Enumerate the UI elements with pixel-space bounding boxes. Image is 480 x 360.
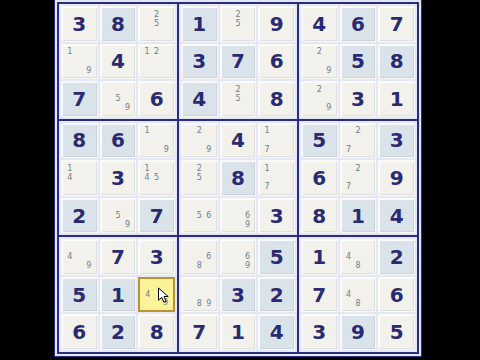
candidate-digit: 5 xyxy=(233,19,243,28)
cell-r6c7[interactable]: 8 xyxy=(301,198,338,234)
candidate-digit: 2 xyxy=(233,85,243,94)
candidate-digit: 7 xyxy=(262,183,272,192)
cell-value: 4 xyxy=(231,130,245,150)
cell-r5c9[interactable]: 9 xyxy=(378,160,415,196)
cell-r2c3[interactable]: 12 xyxy=(138,44,175,80)
candidate-digit: 6 xyxy=(204,253,214,262)
cell-r2c2[interactable]: 4 xyxy=(100,44,137,80)
cell-r3c4[interactable]: 4 xyxy=(181,81,218,117)
cell-r2c8[interactable]: 5 xyxy=(340,44,377,80)
candidate-grid: 29 xyxy=(183,125,216,157)
cell-r2c5[interactable]: 7 xyxy=(220,44,257,80)
cell-r3c9[interactable]: 1 xyxy=(378,81,415,117)
cell-r1c3[interactable]: 25 xyxy=(138,6,175,42)
candidate-digit: 9 xyxy=(161,145,171,154)
cell-r4c2[interactable]: 6 xyxy=(100,123,137,159)
candidate-grid: 25 xyxy=(222,83,255,115)
candidate-grid: 19 xyxy=(63,46,96,78)
cell-value: 8 xyxy=(111,14,125,34)
candidate-digit: 2 xyxy=(195,164,205,173)
candidate-digit: 9 xyxy=(243,220,253,229)
candidate-digit: 9 xyxy=(123,220,133,229)
cell-value: 5 xyxy=(312,130,326,150)
cell-value: 3 xyxy=(312,322,326,342)
candidate-digit: 9 xyxy=(243,262,253,271)
cell-r8c8[interactable]: 48 xyxy=(340,277,377,313)
candidate-digit: 9 xyxy=(324,103,334,112)
cell-r6c3[interactable]: 7 xyxy=(138,198,175,234)
cell-r4c6[interactable]: 17 xyxy=(258,123,295,159)
candidate-grid: 25 xyxy=(222,8,255,40)
cell-r9c1[interactable]: 6 xyxy=(61,314,98,350)
cell-value: 1 xyxy=(231,322,245,342)
cell-r1c4[interactable]: 1 xyxy=(181,6,218,42)
cell-r4c9[interactable]: 3 xyxy=(378,123,415,159)
cell-r9c7[interactable]: 3 xyxy=(301,314,338,350)
cell-value: 3 xyxy=(111,168,125,188)
candidate-grid: 19 xyxy=(140,125,173,157)
cell-r2c7[interactable]: 29 xyxy=(301,44,338,80)
cell-r6c1[interactable]: 2 xyxy=(61,198,98,234)
cell-r7c8[interactable]: 48 xyxy=(340,239,377,275)
cell-value: 8 xyxy=(150,322,164,342)
cell-r6c9[interactable]: 4 xyxy=(378,198,415,234)
cell-value: 7 xyxy=(72,89,86,109)
cell-r4c1[interactable]: 8 xyxy=(61,123,98,159)
candidate-grid: 29 xyxy=(303,83,336,115)
cell-r1c6[interactable]: 9 xyxy=(258,6,295,42)
candidate-digit: 6 xyxy=(243,211,253,220)
cell-r3c2[interactable]: 59 xyxy=(100,81,137,117)
cell-value: 2 xyxy=(270,285,284,305)
candidate-digit: 2 xyxy=(233,10,243,19)
cell-r9c4[interactable]: 7 xyxy=(181,314,218,350)
cell-r1c8[interactable]: 6 xyxy=(340,6,377,42)
candidate-digit: 5 xyxy=(152,173,162,182)
candidate-digit: 2 xyxy=(315,85,325,94)
candidate-grid: 17 xyxy=(260,125,293,157)
box-r3c1: 49735149628 xyxy=(59,237,177,352)
cell-r9c9[interactable]: 5 xyxy=(378,314,415,350)
cell-r3c5[interactable]: 25 xyxy=(220,81,257,117)
cell-r2c6[interactable]: 6 xyxy=(258,44,295,80)
candidate-grid: 25 xyxy=(140,8,173,40)
cell-value: 6 xyxy=(351,14,365,34)
cell-r2c1[interactable]: 19 xyxy=(61,44,98,80)
cell-r6c8[interactable]: 1 xyxy=(340,198,377,234)
cell-r8c2[interactable]: 1 xyxy=(100,277,137,313)
box-r3c3: 14827486395 xyxy=(299,237,417,352)
candidate-digit: 2 xyxy=(152,48,162,57)
candidate-digit: 2 xyxy=(353,127,363,136)
cell-value: 7 xyxy=(390,14,404,34)
screen: { "game": "sudoku", "window": { "width":… xyxy=(0,0,480,360)
candidate-digit: 1 xyxy=(65,48,75,57)
cell-r6c4[interactable]: 56 xyxy=(181,198,218,234)
cell-value: 8 xyxy=(390,51,404,71)
candidate-digit: 4 xyxy=(142,173,152,182)
candidate-digit: 1 xyxy=(142,164,152,173)
cell-r7c2[interactable]: 7 xyxy=(100,239,137,275)
cell-value: 3 xyxy=(270,206,284,226)
cell-r8c3[interactable]: 49 xyxy=(138,277,175,313)
cell-value: 2 xyxy=(72,206,86,226)
cell-r8c7[interactable]: 7 xyxy=(301,277,338,313)
cell-r5c4[interactable]: 25 xyxy=(181,160,218,196)
cell-r1c9[interactable]: 7 xyxy=(378,6,415,42)
box-r1c3: 46729582931 xyxy=(299,4,417,119)
candidate-grid: 17 xyxy=(260,162,293,194)
cell-r3c6[interactable]: 8 xyxy=(258,81,295,117)
candidate-digit: 7 xyxy=(344,145,354,154)
cell-r8c6[interactable]: 2 xyxy=(258,277,295,313)
cell-value: 1 xyxy=(351,206,365,226)
candidate-digit: 1 xyxy=(262,127,272,136)
cell-r6c5[interactable]: 69 xyxy=(220,198,257,234)
candidate-digit: 9 xyxy=(123,103,133,112)
cell-r8c5[interactable]: 3 xyxy=(220,277,257,313)
candidate-digit: 7 xyxy=(262,145,272,154)
cell-value: 5 xyxy=(390,322,404,342)
cell-r5c7[interactable]: 6 xyxy=(301,160,338,196)
candidate-digit: 1 xyxy=(65,164,75,173)
cell-r9c5[interactable]: 1 xyxy=(220,314,257,350)
cell-r6c2[interactable]: 59 xyxy=(100,198,137,234)
candidate-digit: 5 xyxy=(113,94,123,103)
candidate-grid: 48 xyxy=(342,241,375,273)
candidate-digit: 1 xyxy=(142,127,152,136)
cell-r7c5[interactable]: 69 xyxy=(220,239,257,275)
cell-value: 6 xyxy=(150,89,164,109)
cell-value: 6 xyxy=(390,285,404,305)
candidate-grid: 27 xyxy=(342,125,375,157)
cell-r5c5[interactable]: 8 xyxy=(220,160,257,196)
candidate-digit: 8 xyxy=(195,262,205,271)
cell-value: 6 xyxy=(111,130,125,150)
cell-r5c1[interactable]: 14 xyxy=(61,160,98,196)
cell-r7c3[interactable]: 3 xyxy=(138,239,175,275)
cell-r4c8[interactable]: 27 xyxy=(340,123,377,159)
candidate-grid: 69 xyxy=(222,241,255,273)
cell-r2c9[interactable]: 8 xyxy=(378,44,415,80)
box-r1c1: 3825194127596 xyxy=(59,4,177,119)
cell-r9c6[interactable]: 4 xyxy=(258,314,295,350)
cell-r1c1[interactable]: 3 xyxy=(61,6,98,42)
candidate-digit: 1 xyxy=(142,48,152,57)
box-r3c2: 686958932714 xyxy=(179,237,297,352)
cell-r7c4[interactable]: 68 xyxy=(181,239,218,275)
cell-value: 3 xyxy=(231,285,245,305)
cell-r4c7[interactable]: 5 xyxy=(301,123,338,159)
cell-value: 7 xyxy=(111,247,125,267)
cell-value: 6 xyxy=(270,51,284,71)
box-r1c2: 12593764258 xyxy=(179,4,297,119)
candidate-digit: 5 xyxy=(233,94,243,103)
candidate-digit: 4 xyxy=(65,253,75,262)
box-r2c2: 294172581756693 xyxy=(179,121,297,236)
candidate-grid: 25 xyxy=(183,162,216,194)
box-r2c3: 52736279814 xyxy=(299,121,417,236)
cell-r3c8[interactable]: 3 xyxy=(340,81,377,117)
cell-value: 8 xyxy=(231,168,245,188)
cell-value: 4 xyxy=(312,14,326,34)
cell-value: 8 xyxy=(270,89,284,109)
cell-r7c7[interactable]: 1 xyxy=(301,239,338,275)
cell-value: 5 xyxy=(72,285,86,305)
cell-value: 2 xyxy=(390,247,404,267)
candidate-grid: 69 xyxy=(222,200,255,232)
cell-r9c8[interactable]: 9 xyxy=(340,314,377,350)
sudoku-board: 3825194127596125937642584672958293186191… xyxy=(57,2,419,354)
candidate-digit: 9 xyxy=(84,66,94,75)
box-r2c1: 86191431452597 xyxy=(59,121,177,236)
candidate-digit: 5 xyxy=(195,211,205,220)
cell-value: 4 xyxy=(390,206,404,226)
candidate-digit: 4 xyxy=(65,173,75,182)
cell-r8c4[interactable]: 89 xyxy=(181,277,218,313)
cell-r7c9[interactable]: 2 xyxy=(378,239,415,275)
cell-r3c3[interactable]: 6 xyxy=(138,81,175,117)
cell-value: 1 xyxy=(111,285,125,305)
candidate-grid: 89 xyxy=(183,279,216,311)
cell-r9c2[interactable]: 2 xyxy=(100,314,137,350)
candidate-digit: 5 xyxy=(195,173,205,182)
cell-r4c5[interactable]: 4 xyxy=(220,123,257,159)
cell-value: 3 xyxy=(390,130,404,150)
cell-r2c4[interactable]: 3 xyxy=(181,44,218,80)
cell-r3c7[interactable]: 29 xyxy=(301,81,338,117)
cell-r9c3[interactable]: 8 xyxy=(138,314,175,350)
candidate-grid: 27 xyxy=(342,162,375,194)
cell-r5c3[interactable]: 145 xyxy=(138,160,175,196)
candidate-digit: 1 xyxy=(262,164,272,173)
candidate-grid: 49 xyxy=(141,280,172,310)
cell-value: 2 xyxy=(111,322,125,342)
candidate-digit: 2 xyxy=(315,48,325,57)
cell-value: 3 xyxy=(192,51,206,71)
candidate-digit: 2 xyxy=(152,10,162,19)
cell-r4c4[interactable]: 29 xyxy=(181,123,218,159)
cell-r3c1[interactable]: 7 xyxy=(61,81,98,117)
candidate-digit: 5 xyxy=(113,211,123,220)
cell-value: 7 xyxy=(192,322,206,342)
candidate-grid: 48 xyxy=(342,279,375,311)
cell-value: 6 xyxy=(72,322,86,342)
cell-r5c6[interactable]: 17 xyxy=(258,160,295,196)
cell-value: 9 xyxy=(390,168,404,188)
candidate-grid: 68 xyxy=(183,241,216,273)
candidate-digit: 8 xyxy=(353,262,363,271)
cell-r7c1[interactable]: 49 xyxy=(61,239,98,275)
candidate-digit: 2 xyxy=(195,127,205,136)
cell-value: 3 xyxy=(72,14,86,34)
cell-value: 8 xyxy=(72,130,86,150)
cell-value: 4 xyxy=(270,322,284,342)
cell-r5c2[interactable]: 3 xyxy=(100,160,137,196)
cell-value: 3 xyxy=(351,89,365,109)
candidate-digit: 4 xyxy=(143,290,152,299)
candidate-digit: 8 xyxy=(195,299,205,308)
candidate-grid: 145 xyxy=(140,162,173,194)
cell-r1c7[interactable]: 4 xyxy=(301,6,338,42)
cell-r8c9[interactable]: 6 xyxy=(378,277,415,313)
candidate-grid: 59 xyxy=(102,83,135,115)
cell-r1c5[interactable]: 25 xyxy=(220,6,257,42)
candidate-grid: 59 xyxy=(102,200,135,232)
cell-r6c6[interactable]: 3 xyxy=(258,198,295,234)
candidate-digit: 7 xyxy=(344,183,354,192)
cell-value: 4 xyxy=(192,89,206,109)
candidate-digit: 6 xyxy=(204,211,214,220)
candidate-grid: 29 xyxy=(303,46,336,78)
candidate-digit: 9 xyxy=(324,66,334,75)
cell-value: 8 xyxy=(312,206,326,226)
candidate-digit: 9 xyxy=(161,299,170,308)
cell-value: 7 xyxy=(231,51,245,71)
cell-r1c2[interactable]: 8 xyxy=(100,6,137,42)
candidate-digit: 2 xyxy=(353,164,363,173)
cell-value: 4 xyxy=(111,51,125,71)
candidate-digit: 4 xyxy=(344,290,354,299)
candidate-digit: 4 xyxy=(344,253,354,262)
cell-value: 7 xyxy=(150,206,164,226)
candidate-digit: 5 xyxy=(152,19,162,28)
cell-value: 1 xyxy=(312,247,326,267)
candidate-grid: 56 xyxy=(183,200,216,232)
candidate-digit: 9 xyxy=(204,145,214,154)
cell-r4c3[interactable]: 19 xyxy=(138,123,175,159)
cell-value: 5 xyxy=(351,51,365,71)
candidate-digit: 8 xyxy=(353,299,363,308)
cell-value: 1 xyxy=(192,14,206,34)
cell-value: 9 xyxy=(351,322,365,342)
cell-r5c8[interactable]: 27 xyxy=(340,160,377,196)
cell-r8c1[interactable]: 5 xyxy=(61,277,98,313)
candidate-grid: 12 xyxy=(140,46,173,78)
candidate-digit: 9 xyxy=(84,262,94,271)
cell-value: 3 xyxy=(150,247,164,267)
cell-value: 7 xyxy=(312,285,326,305)
cell-value: 1 xyxy=(390,89,404,109)
cell-value: 6 xyxy=(312,168,326,188)
cell-r7c6[interactable]: 5 xyxy=(258,239,295,275)
candidate-digit: 9 xyxy=(204,299,214,308)
cell-value: 5 xyxy=(270,247,284,267)
candidate-grid: 14 xyxy=(63,162,96,194)
cell-value: 9 xyxy=(270,14,284,34)
candidate-grid: 49 xyxy=(63,241,96,273)
